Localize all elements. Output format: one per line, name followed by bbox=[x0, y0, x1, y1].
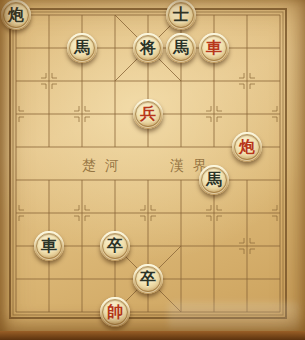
black-soldier-piece[interactable]: 卒 bbox=[133, 264, 163, 294]
black-soldier-piece[interactable]: 卒 bbox=[100, 231, 130, 261]
piece-glyph: 将 bbox=[133, 33, 163, 63]
piece-glyph: 馬 bbox=[67, 33, 97, 63]
xiangqi-board: 楚河 漢界 炮士馬将馬車兵炮馬車卒卒帥 bbox=[0, 0, 305, 340]
piece-glyph: 車 bbox=[34, 231, 64, 261]
black-horse-piece[interactable]: 馬 bbox=[166, 33, 196, 63]
piece-glyph: 炮 bbox=[232, 132, 262, 162]
black-cannon-piece[interactable]: 炮 bbox=[1, 0, 31, 30]
piece-glyph: 士 bbox=[166, 0, 196, 30]
piece-glyph: 卒 bbox=[100, 231, 130, 261]
black-advisor-piece[interactable]: 士 bbox=[166, 0, 196, 30]
piece-glyph: 帥 bbox=[100, 297, 130, 327]
board-frame-edge bbox=[0, 331, 305, 340]
red-cannon-piece[interactable]: 炮 bbox=[232, 132, 262, 162]
black-horse-piece[interactable]: 馬 bbox=[199, 165, 229, 195]
piece-glyph: 卒 bbox=[133, 264, 163, 294]
piece-glyph: 馬 bbox=[199, 165, 229, 195]
red-soldier-piece[interactable]: 兵 bbox=[133, 99, 163, 129]
black-general-piece[interactable]: 将 bbox=[133, 33, 163, 63]
black-chariot-piece[interactable]: 車 bbox=[34, 231, 64, 261]
piece-glyph: 炮 bbox=[1, 0, 31, 30]
piece-glyph: 馬 bbox=[166, 33, 196, 63]
red-chariot-piece[interactable]: 車 bbox=[199, 33, 229, 63]
red-general-piece[interactable]: 帥 bbox=[100, 297, 130, 327]
piece-glyph: 兵 bbox=[133, 99, 163, 129]
black-horse-piece[interactable]: 馬 bbox=[67, 33, 97, 63]
piece-glyph: 車 bbox=[199, 33, 229, 63]
